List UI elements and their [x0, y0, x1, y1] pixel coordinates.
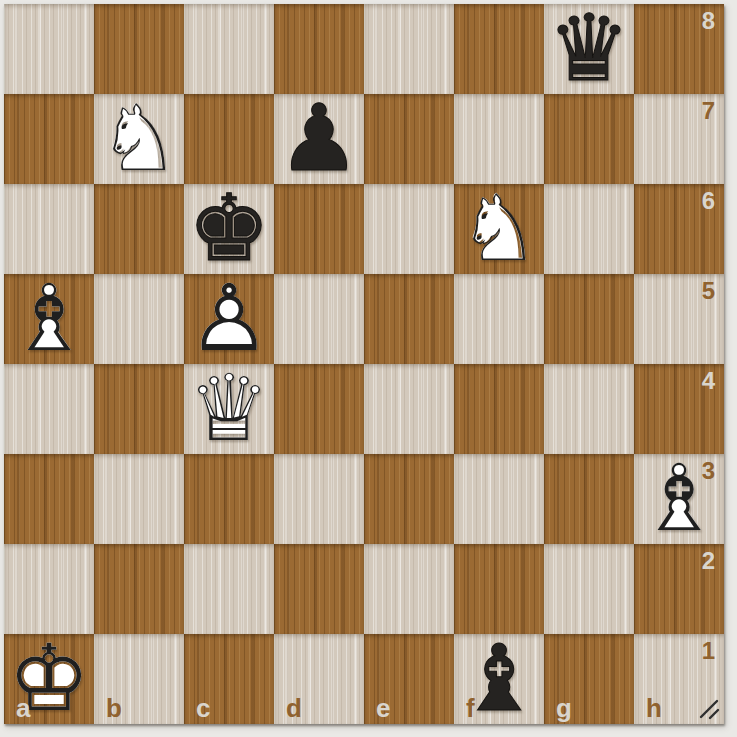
square-a5[interactable]: ♝♗ — [4, 274, 94, 364]
square-h3[interactable]: 3♝♗ — [634, 454, 724, 544]
coordinate-file-d: d — [286, 695, 302, 721]
square-b1[interactable]: b — [94, 634, 184, 724]
square-d4[interactable] — [274, 364, 364, 454]
white-knight[interactable]: ♞♘ — [454, 184, 544, 274]
square-c7[interactable] — [184, 94, 274, 184]
square-f4[interactable] — [454, 364, 544, 454]
knight-glyph-outline: ♘ — [454, 184, 544, 274]
coordinate-rank-2: 2 — [702, 549, 715, 573]
square-b3[interactable] — [94, 454, 184, 544]
coordinate-rank-5: 5 — [702, 279, 715, 303]
square-h2[interactable]: 2 — [634, 544, 724, 634]
page-background: ♛8♞♘♟7♚♞♘6♝♗♟♙5♛♕43♝♗2a♚♔bcdef♝gh1 — [0, 0, 737, 737]
coordinate-rank-4: 4 — [702, 369, 715, 393]
square-g4[interactable] — [544, 364, 634, 454]
square-e4[interactable] — [364, 364, 454, 454]
white-knight[interactable]: ♞♘ — [94, 94, 184, 184]
square-e5[interactable] — [364, 274, 454, 364]
coordinate-rank-3: 3 — [702, 459, 715, 483]
coordinate-rank-7: 7 — [702, 99, 715, 123]
square-f5[interactable] — [454, 274, 544, 364]
square-h8[interactable]: 8 — [634, 4, 724, 94]
black-king[interactable]: ♚ — [184, 184, 274, 274]
coordinate-file-f: f — [466, 695, 475, 721]
pawn-glyph-outline: ♙ — [184, 274, 274, 364]
board-resize-handle-icon[interactable] — [697, 697, 721, 721]
coordinate-rank-8: 8 — [702, 9, 715, 33]
square-b2[interactable] — [94, 544, 184, 634]
square-g3[interactable] — [544, 454, 634, 544]
coordinate-file-e: e — [376, 695, 390, 721]
black-queen[interactable]: ♛ — [544, 4, 634, 94]
square-e1[interactable]: e — [364, 634, 454, 724]
coordinate-file-h: h — [646, 695, 662, 721]
square-a3[interactable] — [4, 454, 94, 544]
square-e8[interactable] — [364, 4, 454, 94]
square-b6[interactable] — [94, 184, 184, 274]
square-e6[interactable] — [364, 184, 454, 274]
coordinate-file-g: g — [556, 695, 572, 721]
square-d3[interactable] — [274, 454, 364, 544]
square-c3[interactable] — [184, 454, 274, 544]
square-f1[interactable]: f♝ — [454, 634, 544, 724]
square-d8[interactable] — [274, 4, 364, 94]
square-f2[interactable] — [454, 544, 544, 634]
square-a6[interactable] — [4, 184, 94, 274]
queen-glyph-fill: ♛ — [544, 4, 634, 94]
square-f6[interactable]: ♞♘ — [454, 184, 544, 274]
square-b8[interactable] — [94, 4, 184, 94]
square-e2[interactable] — [364, 544, 454, 634]
square-c2[interactable] — [184, 544, 274, 634]
square-f8[interactable] — [454, 4, 544, 94]
coordinate-rank-6: 6 — [702, 189, 715, 213]
square-b7[interactable]: ♞♘ — [94, 94, 184, 184]
square-h7[interactable]: 7 — [634, 94, 724, 184]
square-h1[interactable]: h1 — [634, 634, 724, 724]
square-c4[interactable]: ♛♕ — [184, 364, 274, 454]
square-h6[interactable]: 6 — [634, 184, 724, 274]
square-a8[interactable] — [4, 4, 94, 94]
square-e7[interactable] — [364, 94, 454, 184]
square-b4[interactable] — [94, 364, 184, 454]
bishop-glyph-outline: ♗ — [4, 274, 94, 364]
chess-board: ♛8♞♘♟7♚♞♘6♝♗♟♙5♛♕43♝♗2a♚♔bcdef♝gh1 — [4, 4, 724, 724]
square-d7[interactable]: ♟ — [274, 94, 364, 184]
square-b5[interactable] — [94, 274, 184, 364]
square-d5[interactable] — [274, 274, 364, 364]
coordinate-file-a: a — [16, 695, 30, 721]
coordinate-rank-1: 1 — [702, 639, 715, 663]
square-a7[interactable] — [4, 94, 94, 184]
square-c5[interactable]: ♟♙ — [184, 274, 274, 364]
square-g6[interactable] — [544, 184, 634, 274]
square-h4[interactable]: 4 — [634, 364, 724, 454]
coordinate-file-c: c — [196, 695, 210, 721]
square-a2[interactable] — [4, 544, 94, 634]
square-g1[interactable]: g — [544, 634, 634, 724]
square-g7[interactable] — [544, 94, 634, 184]
square-d6[interactable] — [274, 184, 364, 274]
square-f7[interactable] — [454, 94, 544, 184]
white-pawn[interactable]: ♟♙ — [184, 274, 274, 364]
square-c1[interactable]: c — [184, 634, 274, 724]
square-e3[interactable] — [364, 454, 454, 544]
square-d1[interactable]: d — [274, 634, 364, 724]
square-a4[interactable] — [4, 364, 94, 454]
square-c8[interactable] — [184, 4, 274, 94]
white-queen[interactable]: ♛♕ — [184, 364, 274, 454]
square-d2[interactable] — [274, 544, 364, 634]
knight-glyph-outline: ♘ — [94, 94, 184, 184]
square-a1[interactable]: a♚♔ — [4, 634, 94, 724]
square-f3[interactable] — [454, 454, 544, 544]
coordinate-file-b: b — [106, 695, 122, 721]
square-g2[interactable] — [544, 544, 634, 634]
pawn-glyph-fill: ♟ — [274, 94, 364, 184]
white-bishop[interactable]: ♝♗ — [4, 274, 94, 364]
queen-glyph-outline: ♕ — [184, 364, 274, 454]
square-h5[interactable]: 5 — [634, 274, 724, 364]
king-glyph-fill: ♚ — [184, 184, 274, 274]
black-pawn[interactable]: ♟ — [274, 94, 364, 184]
square-c6[interactable]: ♚ — [184, 184, 274, 274]
square-g5[interactable] — [544, 274, 634, 364]
square-g8[interactable]: ♛ — [544, 4, 634, 94]
